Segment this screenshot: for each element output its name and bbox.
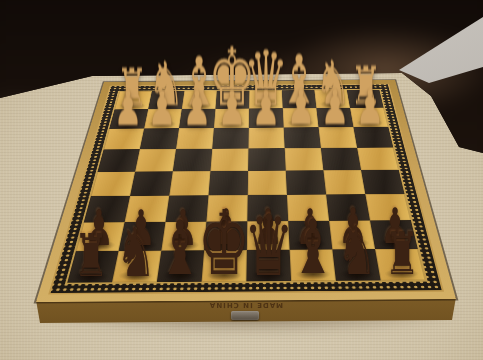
square-dark [247, 195, 288, 222]
square-light [248, 171, 287, 195]
square-light [76, 222, 125, 251]
square-light [206, 195, 247, 222]
square-light [144, 109, 182, 129]
square-light [135, 149, 176, 172]
square-light [214, 109, 249, 128]
square-light [357, 147, 399, 170]
square-dark [284, 127, 321, 148]
square-dark [148, 91, 184, 109]
square-dark [157, 250, 204, 282]
square-dark [67, 251, 118, 283]
square-dark [353, 127, 393, 148]
square-dark [212, 128, 249, 149]
square-light [210, 148, 248, 171]
square-light [182, 91, 217, 109]
chessboard [36, 80, 456, 302]
square-dark [332, 249, 380, 281]
square-dark [173, 149, 212, 172]
square-light [375, 249, 425, 281]
square-light [314, 90, 350, 108]
square-light [202, 250, 247, 282]
square-dark [109, 109, 148, 129]
square-dark [316, 108, 353, 127]
square-light [247, 221, 290, 250]
museum-chess-display: MADE IN CHINA ♜♞♝♚♛♝♞♜♟♟♟♟♟♟♟♟♟♟♟♟♟♟♟♟♜♞… [0, 0, 483, 360]
square-light [350, 108, 388, 127]
square-light [329, 220, 375, 249]
square-light [169, 171, 210, 195]
square-light [283, 108, 319, 127]
square-dark [140, 128, 179, 149]
square-dark [246, 250, 291, 282]
made-in-china-stamp: MADE IN CHINA [191, 301, 301, 309]
decorative-border [48, 84, 444, 295]
board-grid [65, 89, 428, 284]
square-dark [326, 194, 370, 221]
square-dark [282, 90, 317, 108]
board-clasp-icon [231, 311, 259, 320]
square-light [323, 170, 365, 194]
square-light [319, 127, 358, 148]
square-dark [130, 171, 173, 196]
square-dark [179, 109, 215, 128]
square-light [365, 194, 411, 221]
square-light [248, 128, 284, 149]
square-dark [347, 90, 384, 108]
square-dark [288, 221, 332, 250]
square-dark [361, 170, 404, 194]
square-dark [249, 108, 284, 127]
square-light [249, 90, 283, 108]
square-light [285, 148, 324, 171]
square-dark [370, 220, 418, 249]
square-light [114, 91, 151, 109]
square-dark [215, 91, 249, 109]
square-light [125, 196, 170, 223]
square-light [112, 251, 161, 283]
square-dark [321, 148, 361, 171]
square-dark [286, 170, 326, 194]
square-light [176, 128, 214, 149]
square-dark [165, 195, 208, 222]
square-dark [204, 221, 247, 250]
square-light [290, 249, 336, 281]
square-dark [209, 171, 249, 195]
square-dark [97, 149, 139, 172]
square-light [287, 194, 329, 221]
square-light [91, 172, 135, 197]
square-dark [84, 196, 130, 223]
square-dark [119, 222, 166, 251]
square-light [104, 128, 145, 149]
square-light [161, 222, 206, 251]
square-dark [248, 148, 286, 171]
